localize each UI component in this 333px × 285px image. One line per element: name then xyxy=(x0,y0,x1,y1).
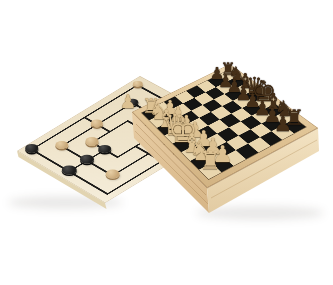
chess-piece-white-rook[interactable]: ♜ xyxy=(199,149,221,174)
morris-disc-black-d1[interactable] xyxy=(62,166,77,175)
chess-piece-white-pawn[interactable]: ♟ xyxy=(120,93,137,112)
morris-disc-natural-f2[interactable] xyxy=(105,170,120,179)
product-photo-canvas: ♜♞♝♛♚♝♞♜♟♟♟♟♟♟♟♟♟♟♟♟♟♟♟♜♞♝♛♚♝♞♜♟ xyxy=(0,0,333,285)
morris-disc-black-d2[interactable] xyxy=(80,155,94,164)
chess-piece-black-pawn[interactable]: ♟ xyxy=(274,114,292,135)
